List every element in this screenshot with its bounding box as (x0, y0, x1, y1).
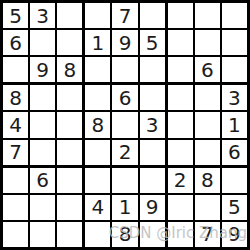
block-7: 6 (3, 168, 82, 247)
cell-r3c3[interactable]: 8 (57, 57, 82, 82)
cell-r5c2[interactable] (30, 112, 55, 137)
cell-r3c8[interactable]: 6 (195, 57, 220, 82)
cell-r2c3[interactable] (57, 30, 82, 55)
cell-r9c3[interactable] (57, 222, 82, 247)
cell-r4c4[interactable] (85, 85, 110, 110)
cell-r5c9[interactable]: 1 (222, 112, 247, 137)
cell-r4c1[interactable]: 8 (3, 85, 28, 110)
cell-r9c2[interactable] (30, 222, 55, 247)
cell-r8c5[interactable]: 1 (112, 195, 137, 220)
cell-r2c2[interactable] (30, 30, 55, 55)
cell-r8c3[interactable] (57, 195, 82, 220)
cell-r8c7[interactable] (168, 195, 193, 220)
cell-r2c7[interactable] (168, 30, 193, 55)
cell-r3c5[interactable] (112, 57, 137, 82)
cell-r2c8[interactable] (195, 30, 220, 55)
cell-r1c9[interactable] (222, 3, 247, 28)
block-9: 28579 (168, 168, 247, 247)
cell-r1c8[interactable] (195, 3, 220, 28)
cell-r3c2[interactable]: 9 (30, 57, 55, 82)
block-8: 4198 (85, 168, 164, 247)
cell-r9c7[interactable] (168, 222, 193, 247)
cell-r1c4[interactable] (85, 3, 110, 28)
cell-r3c7[interactable] (168, 57, 193, 82)
block-4: 847 (3, 85, 82, 164)
cell-r7c1[interactable] (3, 168, 28, 193)
cell-r5c7[interactable] (168, 112, 193, 137)
cell-r8c1[interactable] (3, 195, 28, 220)
cell-r9c6[interactable] (140, 222, 165, 247)
cell-r5c8[interactable] (195, 112, 220, 137)
cell-r2c5[interactable]: 9 (112, 30, 137, 55)
cell-r6c6[interactable] (140, 140, 165, 165)
cell-r5c3[interactable] (57, 112, 82, 137)
cell-r4c2[interactable] (30, 85, 55, 110)
cell-r4c8[interactable] (195, 85, 220, 110)
cell-r6c2[interactable] (30, 140, 55, 165)
cell-r4c6[interactable] (140, 85, 165, 110)
cell-r9c4[interactable] (85, 222, 110, 247)
cell-r7c9[interactable] (222, 168, 247, 193)
cell-r6c4[interactable] (85, 140, 110, 165)
cell-r9c5[interactable]: 8 (112, 222, 137, 247)
sudoku-board: CSDN @Iric Zhang 53698719568476832316641… (0, 0, 250, 250)
cell-r2c1[interactable]: 6 (3, 30, 28, 55)
cell-r3c9[interactable] (222, 57, 247, 82)
cell-r8c8[interactable] (195, 195, 220, 220)
cell-r9c1[interactable] (3, 222, 28, 247)
cell-r8c9[interactable]: 5 (222, 195, 247, 220)
cell-r7c4[interactable] (85, 168, 110, 193)
cell-r7c2[interactable]: 6 (30, 168, 55, 193)
block-3: 6 (168, 3, 247, 82)
block-2: 7195 (85, 3, 164, 82)
cell-r9c8[interactable]: 7 (195, 222, 220, 247)
cell-r2c4[interactable]: 1 (85, 30, 110, 55)
cell-r4c3[interactable] (57, 85, 82, 110)
cell-r2c9[interactable] (222, 30, 247, 55)
cell-r6c9[interactable]: 6 (222, 140, 247, 165)
cell-r3c1[interactable] (3, 57, 28, 82)
cell-r1c7[interactable] (168, 3, 193, 28)
cell-r7c8[interactable]: 8 (195, 168, 220, 193)
cell-r5c4[interactable]: 8 (85, 112, 110, 137)
cell-r4c5[interactable]: 6 (112, 85, 137, 110)
cell-r7c5[interactable] (112, 168, 137, 193)
cell-r3c4[interactable] (85, 57, 110, 82)
cell-r6c5[interactable]: 2 (112, 140, 137, 165)
cell-r6c1[interactable]: 7 (3, 140, 28, 165)
cell-r1c3[interactable] (57, 3, 82, 28)
cell-r6c8[interactable] (195, 140, 220, 165)
cell-r8c4[interactable]: 4 (85, 195, 110, 220)
block-5: 6832 (85, 85, 164, 164)
cell-r5c5[interactable] (112, 112, 137, 137)
cell-r9c9[interactable]: 9 (222, 222, 247, 247)
cell-r1c5[interactable]: 7 (112, 3, 137, 28)
block-6: 316 (168, 85, 247, 164)
cell-r2c6[interactable]: 5 (140, 30, 165, 55)
cell-r5c1[interactable]: 4 (3, 112, 28, 137)
cell-r5c6[interactable]: 3 (140, 112, 165, 137)
cell-r4c7[interactable] (168, 85, 193, 110)
block-1: 53698 (3, 3, 82, 82)
cell-r1c2[interactable]: 3 (30, 3, 55, 28)
cell-r1c1[interactable]: 5 (3, 3, 28, 28)
cell-r7c7[interactable]: 2 (168, 168, 193, 193)
cell-r7c3[interactable] (57, 168, 82, 193)
cell-r8c2[interactable] (30, 195, 55, 220)
cell-r4c9[interactable]: 3 (222, 85, 247, 110)
cell-r6c7[interactable] (168, 140, 193, 165)
cell-r3c6[interactable] (140, 57, 165, 82)
cell-r6c3[interactable] (57, 140, 82, 165)
cell-r7c6[interactable] (140, 168, 165, 193)
cell-r8c6[interactable]: 9 (140, 195, 165, 220)
cell-r1c6[interactable] (140, 3, 165, 28)
